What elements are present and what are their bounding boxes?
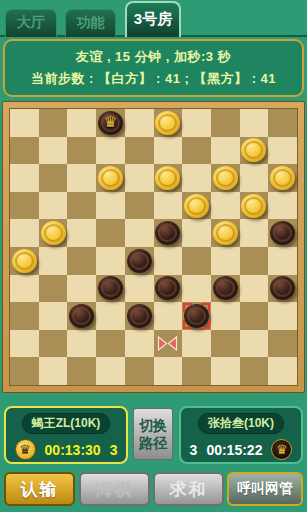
square-r0c4 — [125, 109, 154, 137]
white-man[interactable] — [241, 194, 266, 218]
square-r5c9 — [268, 247, 297, 275]
white-man[interactable] — [98, 166, 123, 190]
square-r7c0[interactable] — [10, 302, 39, 330]
square-r5c3 — [96, 247, 125, 275]
board-grid: ♛ — [9, 108, 298, 386]
square-r7c3 — [96, 302, 125, 330]
square-r4c1[interactable] — [39, 219, 68, 247]
square-r5c2[interactable] — [67, 247, 96, 275]
square-r5c8[interactable] — [240, 247, 269, 275]
square-r1c0[interactable] — [10, 137, 39, 165]
square-r3c5 — [154, 192, 183, 220]
square-r1c9 — [268, 137, 297, 165]
move-path-marker-icon — [156, 335, 179, 352]
square-r3c1 — [39, 192, 68, 220]
square-r4c0 — [10, 219, 39, 247]
tab-bar: 大厅 功能 3号房 — [0, 0, 307, 37]
black-man[interactable] — [127, 249, 152, 273]
square-r7c1 — [39, 302, 68, 330]
square-r7c7 — [211, 302, 240, 330]
square-r4c6 — [182, 219, 211, 247]
white-man[interactable] — [241, 138, 266, 162]
square-r1c6[interactable] — [182, 137, 211, 165]
square-r6c8 — [240, 275, 269, 303]
square-r0c0 — [10, 109, 39, 137]
square-r1c1 — [39, 137, 68, 165]
square-r3c2[interactable] — [67, 192, 96, 220]
black-man[interactable] — [184, 304, 209, 328]
white-man[interactable] — [155, 111, 180, 135]
square-r3c0[interactable] — [10, 192, 39, 220]
square-r4c2 — [67, 219, 96, 247]
square-r8c0 — [10, 330, 39, 358]
square-r2c3[interactable] — [96, 164, 125, 192]
tab-room-3[interactable]: 3号房 — [125, 1, 181, 37]
square-r9c8[interactable] — [240, 357, 269, 385]
square-r0c7[interactable] — [211, 109, 240, 137]
black-man[interactable] — [213, 276, 238, 300]
square-r2c1[interactable] — [39, 164, 68, 192]
square-r6c6 — [182, 275, 211, 303]
tab-functions[interactable]: 功能 — [65, 9, 116, 37]
square-r0c2 — [67, 109, 96, 137]
square-r7c5 — [154, 302, 183, 330]
white-man[interactable] — [12, 249, 37, 273]
square-r1c3 — [96, 137, 125, 165]
square-r0c5[interactable] — [154, 109, 183, 137]
square-r8c7[interactable] — [211, 330, 240, 358]
square-r2c0 — [10, 164, 39, 192]
square-r8c4 — [125, 330, 154, 358]
square-r3c8[interactable] — [240, 192, 269, 220]
switch-path-button[interactable]: 切换 路径 — [133, 408, 173, 460]
square-r5c5 — [154, 247, 183, 275]
square-r3c6[interactable] — [182, 192, 211, 220]
square-r2c9[interactable] — [268, 164, 297, 192]
white-man[interactable] — [270, 166, 295, 190]
square-r1c5 — [154, 137, 183, 165]
square-r2c7[interactable] — [211, 164, 240, 192]
square-r7c4[interactable] — [125, 302, 154, 330]
black-side-crown-icon: ♛ — [271, 439, 292, 460]
black-man[interactable] — [155, 221, 180, 245]
call-admin-button[interactable]: 呼叫网管 — [227, 472, 303, 506]
black-player-clock: 00:15:22 — [206, 442, 262, 458]
square-r5c1 — [39, 247, 68, 275]
white-player-name: 蝎王ZL(10K) — [22, 413, 111, 434]
black-man[interactable] — [155, 276, 180, 300]
square-r7c8[interactable] — [240, 302, 269, 330]
square-r9c9 — [268, 357, 297, 385]
player-panel-white: 蝎王ZL(10K) ♛ 00:13:30 3 — [4, 406, 128, 464]
square-r9c2[interactable] — [67, 357, 96, 385]
king-crown-icon: ♛ — [104, 115, 117, 130]
square-r8c1[interactable] — [39, 330, 68, 358]
white-man[interactable] — [155, 166, 180, 190]
black-man[interactable] — [69, 304, 94, 328]
square-r5c6[interactable] — [182, 247, 211, 275]
square-r6c5[interactable] — [154, 275, 183, 303]
white-side-crown-icon: ♛ — [15, 439, 36, 460]
square-r1c8[interactable] — [240, 137, 269, 165]
square-r6c4 — [125, 275, 154, 303]
tab-lobby[interactable]: 大厅 — [5, 9, 57, 37]
square-r9c7 — [211, 357, 240, 385]
square-r3c3 — [96, 192, 125, 220]
black-player-count: 3 — [190, 442, 198, 458]
square-r0c9[interactable] — [268, 109, 297, 137]
square-r9c4[interactable] — [125, 357, 154, 385]
black-man[interactable] — [127, 304, 152, 328]
square-r1c2[interactable] — [67, 137, 96, 165]
white-man[interactable] — [213, 221, 238, 245]
game-room-screen: 大厅 功能 3号房 友谊 , 15 分钟 , 加秒:3 秒 当前步数 : 【白方… — [0, 0, 307, 512]
square-r4c4 — [125, 219, 154, 247]
square-r8c9[interactable] — [268, 330, 297, 358]
square-r8c3[interactable] — [96, 330, 125, 358]
match-info-panel: 友谊 , 15 分钟 , 加秒:3 秒 当前步数 : 【白方】 : 41 ; 【… — [3, 39, 304, 97]
square-r6c3[interactable] — [96, 275, 125, 303]
square-r0c8 — [240, 109, 269, 137]
square-r2c2 — [67, 164, 96, 192]
square-r1c4[interactable] — [125, 137, 154, 165]
white-player-count: 3 — [110, 442, 118, 458]
square-r4c8 — [240, 219, 269, 247]
square-r9c0[interactable] — [10, 357, 39, 385]
square-r2c8 — [240, 164, 269, 192]
match-rules-text: 友谊 , 15 分钟 , 加秒:3 秒 — [5, 48, 302, 66]
square-r5c7 — [211, 247, 240, 275]
square-r0c3[interactable]: ♛ — [96, 109, 125, 137]
square-r1c7 — [211, 137, 240, 165]
square-r4c3[interactable] — [96, 219, 125, 247]
square-r9c3 — [96, 357, 125, 385]
square-r3c9 — [268, 192, 297, 220]
resign-button[interactable]: 认输 — [4, 472, 75, 506]
square-r2c6 — [182, 164, 211, 192]
square-r3c4[interactable] — [125, 192, 154, 220]
square-r7c9 — [268, 302, 297, 330]
square-r5c0[interactable] — [10, 247, 39, 275]
black-player-name: 张拾叁(10K) — [198, 413, 284, 434]
square-r4c5[interactable] — [154, 219, 183, 247]
square-r8c5[interactable] — [154, 330, 183, 358]
black-man[interactable] — [270, 276, 295, 300]
switch-path-line1: 切换 — [139, 416, 167, 434]
player-panel-black: 张拾叁(10K) 3 00:15:22 ♛ — [179, 406, 303, 464]
square-r2c4 — [125, 164, 154, 192]
square-r6c1[interactable] — [39, 275, 68, 303]
square-r4c9[interactable] — [268, 219, 297, 247]
square-r8c8 — [240, 330, 269, 358]
move-count-text: 当前步数 : 【白方】 : 41 ; 【黑方】 : 41 — [5, 70, 302, 88]
black-man[interactable] — [98, 276, 123, 300]
square-r6c7[interactable] — [211, 275, 240, 303]
square-r6c0 — [10, 275, 39, 303]
square-r9c1 — [39, 357, 68, 385]
undo-move-button[interactable]: 悔棋 — [79, 472, 150, 506]
white-man[interactable] — [213, 166, 238, 190]
square-r4c7[interactable] — [211, 219, 240, 247]
square-r8c6 — [182, 330, 211, 358]
square-r2c5[interactable] — [154, 164, 183, 192]
square-r8c2 — [67, 330, 96, 358]
offer-draw-button[interactable]: 求和 — [153, 472, 224, 506]
black-man[interactable] — [270, 221, 295, 245]
square-r9c6[interactable] — [182, 357, 211, 385]
square-r0c6 — [182, 109, 211, 137]
square-r0c1[interactable] — [39, 109, 68, 137]
switch-path-line2: 路径 — [139, 434, 167, 452]
square-r7c2[interactable] — [67, 302, 96, 330]
square-r9c5 — [154, 357, 183, 385]
square-r7c6[interactable] — [182, 302, 211, 330]
square-r6c2 — [67, 275, 96, 303]
square-r5c4[interactable] — [125, 247, 154, 275]
white-man[interactable] — [184, 194, 209, 218]
black-king[interactable]: ♛ — [98, 111, 123, 135]
white-man[interactable] — [41, 221, 66, 245]
board-frame: ♛ — [2, 101, 305, 393]
square-r6c9[interactable] — [268, 275, 297, 303]
square-r3c7 — [211, 192, 240, 220]
white-player-clock: 00:13:30 — [45, 442, 101, 458]
